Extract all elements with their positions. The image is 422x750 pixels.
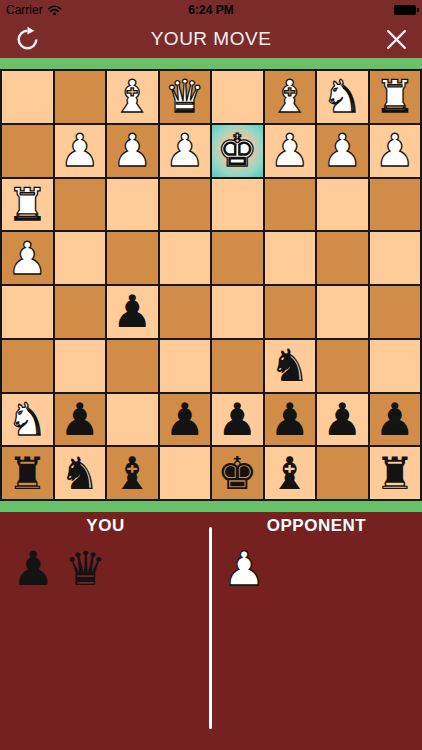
- square-a8[interactable]: ♜: [2, 447, 53, 499]
- square-h3[interactable]: [370, 179, 421, 231]
- square-f3[interactable]: [265, 179, 316, 231]
- square-d1[interactable]: ♛: [160, 71, 211, 123]
- white-pawn: ♟: [322, 128, 362, 173]
- opponent-label: OPPONENT: [211, 516, 422, 536]
- white-rook: ♜: [375, 74, 415, 119]
- black-pawn: ♟: [322, 397, 362, 442]
- black-pawn: ♟: [217, 397, 257, 442]
- page-title: YOUR MOVE: [0, 28, 422, 50]
- black-pawn: ♟: [60, 397, 100, 442]
- black-pawn: ♟: [270, 397, 310, 442]
- square-e1[interactable]: [212, 71, 263, 123]
- black-rook: ♜: [375, 451, 415, 496]
- captured-pieces-panel: YOU ♟♛ OPPONENT ♟: [0, 512, 422, 750]
- white-queen: ♛: [165, 74, 205, 119]
- black-pawn: ♟: [165, 397, 205, 442]
- square-f7[interactable]: ♟: [265, 394, 316, 446]
- square-f1[interactable]: ♝: [265, 71, 316, 123]
- square-c6[interactable]: [107, 340, 158, 392]
- square-b7[interactable]: ♟: [55, 394, 106, 446]
- square-e6[interactable]: [212, 340, 263, 392]
- black-king: ♚: [217, 451, 257, 496]
- black-knight: ♞: [270, 343, 310, 388]
- refresh-icon: [14, 26, 41, 53]
- square-a4[interactable]: ♟: [2, 232, 53, 284]
- black-pawn: ♟: [12, 545, 54, 592]
- white-pawn: ♟: [223, 545, 265, 592]
- square-g3[interactable]: [317, 179, 368, 231]
- black-bishop: ♝: [112, 451, 152, 496]
- square-d6[interactable]: [160, 340, 211, 392]
- square-d5[interactable]: [160, 286, 211, 338]
- square-b2[interactable]: ♟: [55, 125, 106, 177]
- black-pawn: ♟: [375, 397, 415, 442]
- you-captured-tray: ♟♛: [0, 536, 211, 592]
- square-e3[interactable]: [212, 179, 263, 231]
- captured-divider: [209, 527, 212, 729]
- square-g2[interactable]: ♟: [317, 125, 368, 177]
- square-f8[interactable]: ♝: [265, 447, 316, 499]
- white-rook: ♜: [7, 182, 47, 227]
- white-pawn: ♟: [270, 128, 310, 173]
- white-knight: ♞: [7, 397, 47, 442]
- square-a5[interactable]: [2, 286, 53, 338]
- black-bishop: ♝: [270, 451, 310, 496]
- square-e8[interactable]: ♚: [212, 447, 263, 499]
- square-e2[interactable]: ♚: [212, 125, 263, 177]
- square-c2[interactable]: ♟: [107, 125, 158, 177]
- square-h8[interactable]: ♜: [370, 447, 421, 499]
- square-f6[interactable]: ♞: [265, 340, 316, 392]
- square-g1[interactable]: ♞: [317, 71, 368, 123]
- you-label: YOU: [0, 516, 211, 536]
- captured-opponent-section: OPPONENT ♟: [211, 512, 422, 750]
- board-bottom-border: [0, 501, 422, 512]
- close-icon: [385, 28, 408, 51]
- square-a6[interactable]: [2, 340, 53, 392]
- black-queen: ♛: [64, 545, 106, 592]
- square-f4[interactable]: [265, 232, 316, 284]
- square-c4[interactable]: [107, 232, 158, 284]
- square-d7[interactable]: ♟: [160, 394, 211, 446]
- square-h7[interactable]: ♟: [370, 394, 421, 446]
- square-a2[interactable]: [2, 125, 53, 177]
- refresh-button[interactable]: [14, 26, 41, 53]
- square-a7[interactable]: ♞: [2, 394, 53, 446]
- square-g4[interactable]: [317, 232, 368, 284]
- square-c5[interactable]: ♟: [107, 286, 158, 338]
- square-c3[interactable]: [107, 179, 158, 231]
- square-a1[interactable]: [2, 71, 53, 123]
- square-a3[interactable]: ♜: [2, 179, 53, 231]
- black-knight: ♞: [60, 451, 100, 496]
- square-g7[interactable]: ♟: [317, 394, 368, 446]
- app-screen: Carrier 6:24 PM YOUR MOVE ♝♛♝♞♜♟♟♟♚♟♟♟♜♟…: [0, 0, 422, 750]
- square-h2[interactable]: ♟: [370, 125, 421, 177]
- square-g6[interactable]: [317, 340, 368, 392]
- white-knight: ♞: [322, 74, 362, 119]
- white-bishop: ♝: [270, 74, 310, 119]
- square-b5[interactable]: [55, 286, 106, 338]
- square-h1[interactable]: ♜: [370, 71, 421, 123]
- square-b8[interactable]: ♞: [55, 447, 106, 499]
- square-h6[interactable]: [370, 340, 421, 392]
- battery-icon: [394, 5, 416, 15]
- square-g8[interactable]: [317, 447, 368, 499]
- square-c8[interactable]: ♝: [107, 447, 158, 499]
- white-king: ♚: [217, 128, 257, 173]
- close-button[interactable]: [385, 28, 408, 51]
- white-pawn: ♟: [375, 128, 415, 173]
- square-e4[interactable]: [212, 232, 263, 284]
- square-h4[interactable]: [370, 232, 421, 284]
- white-pawn: ♟: [60, 128, 100, 173]
- status-bar: Carrier 6:24 PM: [0, 0, 422, 20]
- board-top-border: [0, 58, 422, 69]
- square-b1[interactable]: [55, 71, 106, 123]
- square-b6[interactable]: [55, 340, 106, 392]
- square-h5[interactable]: [370, 286, 421, 338]
- square-d3[interactable]: [160, 179, 211, 231]
- square-d2[interactable]: ♟: [160, 125, 211, 177]
- square-e5[interactable]: [212, 286, 263, 338]
- clock: 6:24 PM: [0, 3, 422, 17]
- square-c7[interactable]: [107, 394, 158, 446]
- square-f2[interactable]: ♟: [265, 125, 316, 177]
- captured-you-section: YOU ♟♛: [0, 512, 211, 750]
- square-c1[interactable]: ♝: [107, 71, 158, 123]
- white-pawn: ♟: [165, 128, 205, 173]
- opponent-captured-tray: ♟: [211, 536, 422, 592]
- nav-bar: YOUR MOVE: [0, 20, 422, 58]
- square-f5[interactable]: [265, 286, 316, 338]
- white-bishop: ♝: [112, 74, 152, 119]
- white-pawn: ♟: [112, 128, 152, 173]
- white-pawn: ♟: [7, 236, 47, 281]
- black-rook: ♜: [7, 451, 47, 496]
- square-b3[interactable]: [55, 179, 106, 231]
- black-pawn: ♟: [112, 289, 152, 334]
- square-d4[interactable]: [160, 232, 211, 284]
- chess-board: ♝♛♝♞♜♟♟♟♚♟♟♟♜♟♟♞♞♟♟♟♟♟♟♜♞♝♚♝♜: [0, 69, 422, 501]
- square-g5[interactable]: [317, 286, 368, 338]
- square-b4[interactable]: [55, 232, 106, 284]
- square-e7[interactable]: ♟: [212, 394, 263, 446]
- square-d8[interactable]: [160, 447, 211, 499]
